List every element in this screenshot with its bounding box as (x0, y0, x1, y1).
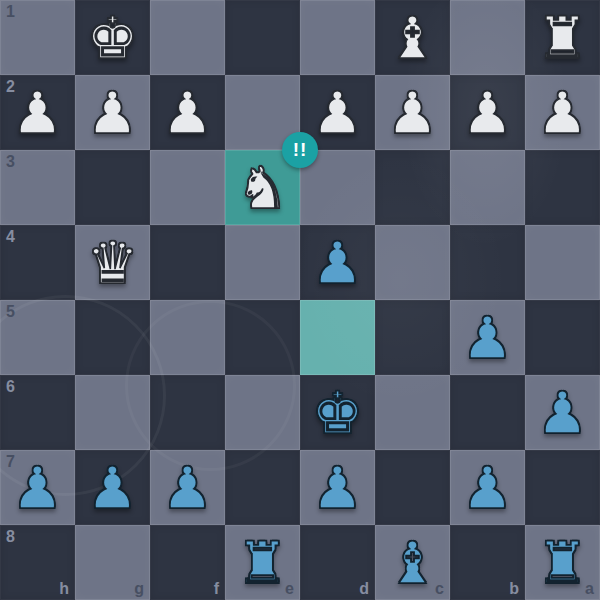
coordinate-rank-3: 3 (6, 153, 15, 171)
white-queen[interactable]: ♛ (75, 225, 150, 300)
square-b4[interactable] (450, 225, 525, 300)
square-e4[interactable] (225, 225, 300, 300)
square-h8[interactable]: 8h (0, 525, 75, 600)
white-pawn[interactable]: ♟ (375, 75, 450, 150)
coordinate-file-b: b (509, 580, 519, 598)
square-b5[interactable]: ♟ (450, 300, 525, 375)
coordinate-rank-1: 1 (6, 3, 15, 21)
square-d1[interactable] (300, 0, 375, 75)
black-pawn[interactable]: ♟ (300, 450, 375, 525)
black-rook[interactable]: ♜ (525, 525, 600, 600)
square-h1[interactable]: 1 (0, 0, 75, 75)
square-a6[interactable]: ♟ (525, 375, 600, 450)
square-b7[interactable]: ♟ (450, 450, 525, 525)
coordinate-rank-5: 5 (6, 303, 15, 321)
black-pawn[interactable]: ♟ (150, 450, 225, 525)
black-pawn[interactable]: ♟ (0, 450, 75, 525)
square-b6[interactable] (450, 375, 525, 450)
square-f4[interactable] (150, 225, 225, 300)
coordinate-rank-4: 4 (6, 228, 15, 246)
square-f1[interactable] (150, 0, 225, 75)
white-pawn[interactable]: ♟ (450, 75, 525, 150)
coordinate-file-d: d (359, 580, 369, 598)
square-d5[interactable] (300, 300, 375, 375)
square-f2[interactable]: ♟ (150, 75, 225, 150)
coordinate-rank-8: 8 (6, 528, 15, 546)
square-g7[interactable]: ♟ (75, 450, 150, 525)
black-bishop[interactable]: ♝ (375, 525, 450, 600)
square-b1[interactable] (450, 0, 525, 75)
square-h3[interactable]: 3 (0, 150, 75, 225)
square-d7[interactable]: ♟ (300, 450, 375, 525)
square-d8[interactable]: d (300, 525, 375, 600)
square-g5[interactable] (75, 300, 150, 375)
chess-board: !! 1♚♝♜2♟♟♟♟♟♟♟3♞4♛♟5♟6♚♟7♟♟♟♟♟8hgfe♜dc♝… (0, 0, 600, 600)
square-c8[interactable]: c♝ (375, 525, 450, 600)
square-c1[interactable]: ♝ (375, 0, 450, 75)
square-h5[interactable]: 5 (0, 300, 75, 375)
square-g8[interactable]: g (75, 525, 150, 600)
square-h6[interactable]: 6 (0, 375, 75, 450)
black-rook[interactable]: ♜ (225, 525, 300, 600)
square-a1[interactable]: ♜ (525, 0, 600, 75)
coordinate-file-f: f (214, 580, 219, 598)
square-h4[interactable]: 4 (0, 225, 75, 300)
square-h7[interactable]: 7♟ (0, 450, 75, 525)
square-b3[interactable] (450, 150, 525, 225)
square-f5[interactable] (150, 300, 225, 375)
square-e6[interactable] (225, 375, 300, 450)
square-g6[interactable] (75, 375, 150, 450)
brilliant-move-badge-text: !! (293, 139, 308, 161)
square-e7[interactable] (225, 450, 300, 525)
square-e5[interactable] (225, 300, 300, 375)
black-pawn[interactable]: ♟ (300, 225, 375, 300)
white-pawn[interactable]: ♟ (150, 75, 225, 150)
square-a7[interactable] (525, 450, 600, 525)
square-c3[interactable] (375, 150, 450, 225)
black-pawn[interactable]: ♟ (450, 300, 525, 375)
square-f6[interactable] (150, 375, 225, 450)
white-king[interactable]: ♚ (75, 0, 150, 75)
square-g3[interactable] (75, 150, 150, 225)
square-a4[interactable] (525, 225, 600, 300)
black-pawn[interactable]: ♟ (75, 450, 150, 525)
square-a8[interactable]: a♜ (525, 525, 600, 600)
square-d6[interactable]: ♚ (300, 375, 375, 450)
black-pawn[interactable]: ♟ (450, 450, 525, 525)
square-a3[interactable] (525, 150, 600, 225)
white-pawn[interactable]: ♟ (75, 75, 150, 150)
square-e8[interactable]: e♜ (225, 525, 300, 600)
square-f8[interactable]: f (150, 525, 225, 600)
black-pawn[interactable]: ♟ (525, 375, 600, 450)
square-g2[interactable]: ♟ (75, 75, 150, 150)
square-c4[interactable] (375, 225, 450, 300)
square-g4[interactable]: ♛ (75, 225, 150, 300)
square-c6[interactable] (375, 375, 450, 450)
white-bishop[interactable]: ♝ (375, 0, 450, 75)
square-c7[interactable] (375, 450, 450, 525)
white-pawn[interactable]: ♟ (0, 75, 75, 150)
square-a5[interactable] (525, 300, 600, 375)
coordinate-rank-6: 6 (6, 378, 15, 396)
white-rook[interactable]: ♜ (525, 0, 600, 75)
brilliant-move-badge: !! (282, 132, 318, 168)
black-king[interactable]: ♚ (300, 375, 375, 450)
square-f3[interactable] (150, 150, 225, 225)
square-h2[interactable]: 2♟ (0, 75, 75, 150)
coordinate-file-g: g (134, 580, 144, 598)
square-a2[interactable]: ♟ (525, 75, 600, 150)
square-c5[interactable] (375, 300, 450, 375)
square-d4[interactable]: ♟ (300, 225, 375, 300)
square-g1[interactable]: ♚ (75, 0, 150, 75)
square-f7[interactable]: ♟ (150, 450, 225, 525)
square-b2[interactable]: ♟ (450, 75, 525, 150)
square-e1[interactable] (225, 0, 300, 75)
coordinate-file-h: h (59, 580, 69, 598)
square-b8[interactable]: b (450, 525, 525, 600)
square-c2[interactable]: ♟ (375, 75, 450, 150)
white-pawn[interactable]: ♟ (525, 75, 600, 150)
